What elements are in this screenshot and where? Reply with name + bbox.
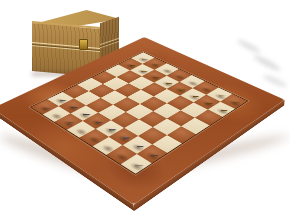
board-perspective-wrapper: ♜♞♝♛♚♝♞♜♟♟♟♟♟♟♟♟♟♟♟♟♟♟♟♟♜♞♝♛♚♝♞♜	[0, 0, 290, 219]
chess-set-product-photo: ♜♞♝♛♚♝♞♜♟♟♟♟♟♟♟♟♟♟♟♟♟♟♟♟♜♞♝♛♚♝♞♜	[0, 0, 290, 219]
piece-black-pawn: ♟	[212, 94, 229, 112]
square-g4	[153, 119, 181, 136]
chess-board: ♜♞♝♛♚♝♞♜♟♟♟♟♟♟♟♟♟♟♟♟♟♟♟♟♜♞♝♛♚♝♞♜	[0, 37, 285, 205]
piece-white-rook: ♜	[125, 146, 146, 167]
board-squares-grid: ♜♞♝♛♚♝♞♜♟♟♟♟♟♟♟♟♟♟♟♟♟♟♟♟♜♞♝♛♚♝♞♜	[31, 52, 247, 173]
